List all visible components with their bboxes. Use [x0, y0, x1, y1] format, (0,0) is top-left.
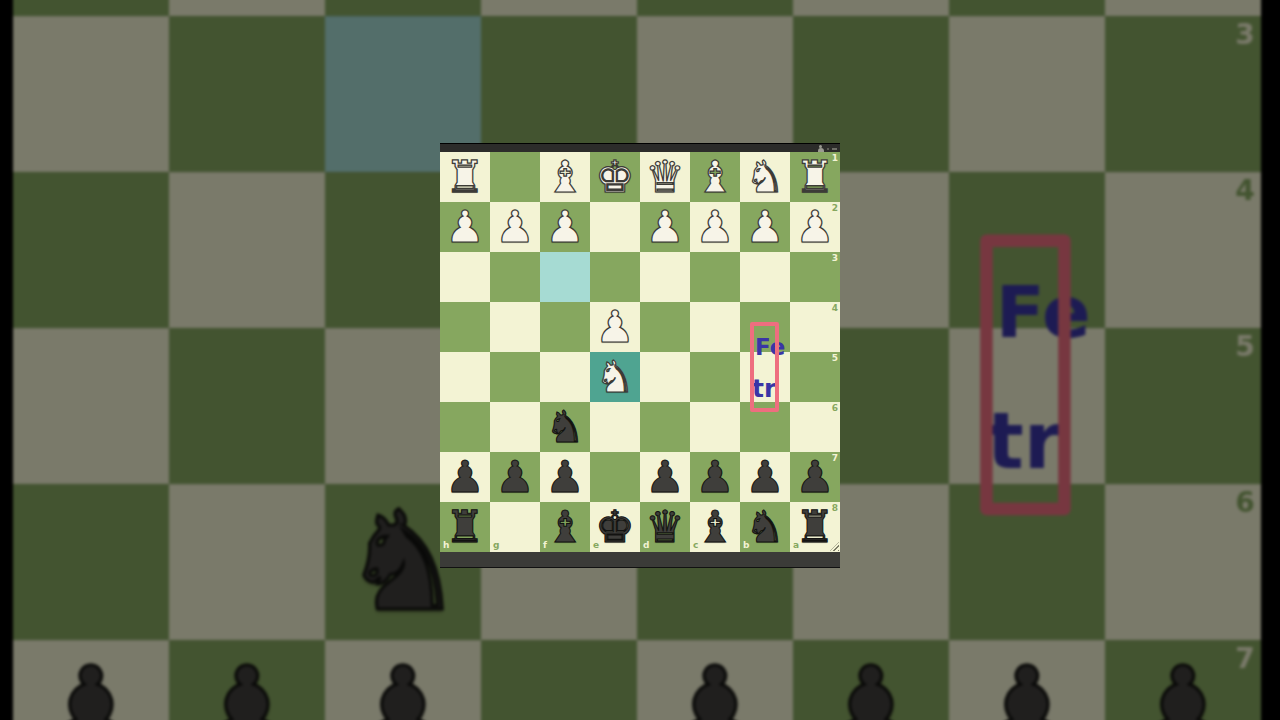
file-label-e: e — [593, 541, 599, 550]
square-e8[interactable]: ♚e — [590, 502, 640, 552]
square-b8[interactable]: ♞b — [740, 502, 790, 552]
square-g4 — [169, 172, 325, 328]
square-b7[interactable]: ♟ — [740, 452, 790, 502]
rank-label-8: 8 — [832, 504, 838, 513]
white-pawn-piece: ♟ — [590, 302, 640, 352]
square-g5[interactable] — [490, 352, 540, 402]
square-g1[interactable] — [490, 152, 540, 202]
square-c1[interactable]: ♝ — [690, 152, 740, 202]
square-g6[interactable] — [490, 402, 540, 452]
square-f5[interactable] — [540, 352, 590, 402]
square-f7[interactable]: ♟ — [540, 452, 590, 502]
square-b3 — [949, 16, 1105, 172]
square-g3[interactable] — [490, 252, 540, 302]
square-d7: ♟ — [637, 640, 793, 720]
dot-indicator-icon — [827, 148, 829, 150]
square-a2[interactable]: ♟2 — [790, 202, 840, 252]
chess-app-panel: ♜♝♚♛♝♞♜1♟♟♟♟♟♟♟23♟4♞5♞6♟♟♟♟♟♟♟7♜hg♝f♚e♛d… — [440, 143, 840, 568]
square-a7: ♟7 — [1105, 640, 1261, 720]
white-pawn-piece: ♟ — [13, 0, 169, 16]
square-c2[interactable]: ♟ — [690, 202, 740, 252]
rank-label-5: 5 — [832, 354, 838, 363]
square-d5[interactable] — [640, 352, 690, 402]
square-a7[interactable]: ♟7 — [790, 452, 840, 502]
black-pawn-piece: ♟ — [740, 452, 790, 502]
square-c2: ♟ — [793, 0, 949, 16]
white-bishop-piece: ♝ — [690, 152, 740, 202]
rank-label-1: 1 — [832, 154, 838, 163]
square-c3[interactable] — [690, 252, 740, 302]
square-e7 — [481, 640, 637, 720]
file-label-g: g — [493, 541, 499, 550]
square-h8[interactable]: ♜h — [440, 502, 490, 552]
square-c6[interactable] — [690, 402, 740, 452]
black-pawn-piece: ♟ — [169, 640, 325, 720]
square-d6[interactable] — [640, 402, 690, 452]
square-d4[interactable] — [640, 302, 690, 352]
square-a6[interactable]: 6 — [790, 402, 840, 452]
square-d2: ♟ — [637, 0, 793, 16]
black-knight-piece: ♞ — [540, 402, 590, 452]
square-a2: ♟2 — [1105, 0, 1261, 16]
watermark-text-line2: tr — [986, 403, 1062, 481]
square-c7[interactable]: ♟ — [690, 452, 740, 502]
white-pawn-piece: ♟ — [325, 0, 481, 16]
square-e7[interactable] — [590, 452, 640, 502]
square-b6[interactable] — [740, 402, 790, 452]
black-pawn-piece: ♟ — [793, 640, 949, 720]
black-pawn-piece: ♟ — [540, 452, 590, 502]
white-bishop-piece: ♝ — [540, 152, 590, 202]
square-b1[interactable]: ♞ — [740, 152, 790, 202]
square-c7: ♟ — [793, 640, 949, 720]
watermark-text-line1: Fe — [996, 278, 1091, 350]
white-knight-piece: ♞ — [740, 152, 790, 202]
square-b4 — [949, 172, 1105, 328]
square-d3[interactable] — [640, 252, 690, 302]
square-h5[interactable] — [440, 352, 490, 402]
square-b5[interactable] — [740, 352, 790, 402]
square-g4[interactable] — [490, 302, 540, 352]
file-label-d: d — [643, 541, 649, 550]
white-pawn-piece: ♟ — [793, 0, 949, 16]
file-label-a: a — [793, 541, 799, 550]
square-c5[interactable] — [690, 352, 740, 402]
square-e1[interactable]: ♚ — [590, 152, 640, 202]
square-h7: ♟ — [13, 640, 169, 720]
black-pawn-piece: ♟ — [490, 452, 540, 502]
square-b5 — [949, 328, 1105, 484]
square-h3[interactable] — [440, 252, 490, 302]
square-f2[interactable]: ♟ — [540, 202, 590, 252]
file-label-h: h — [443, 541, 449, 550]
white-pawn-piece: ♟ — [440, 202, 490, 252]
white-king-piece: ♚ — [590, 152, 640, 202]
rank-label-6: 6 — [1235, 490, 1255, 518]
square-g3 — [169, 16, 325, 172]
square-e3[interactable] — [590, 252, 640, 302]
black-pawn-piece: ♟ — [325, 640, 481, 720]
dash-indicator-icon — [832, 148, 837, 150]
square-g5 — [169, 328, 325, 484]
rank-label-4: 4 — [1235, 178, 1255, 206]
square-c8[interactable]: ♝c — [690, 502, 740, 552]
white-pawn-piece: ♟ — [949, 0, 1105, 16]
square-g6 — [169, 484, 325, 640]
file-label-f: f — [543, 541, 547, 550]
square-e2 — [481, 0, 637, 16]
white-pawn-piece: ♟ — [169, 0, 325, 16]
square-e4[interactable]: ♟ — [590, 302, 640, 352]
square-a5[interactable]: 5 — [790, 352, 840, 402]
square-a6: 6 — [1105, 484, 1261, 640]
app-bottombar — [440, 552, 840, 568]
black-pawn-piece: ♟ — [637, 640, 793, 720]
square-h6[interactable] — [440, 402, 490, 452]
square-h3 — [13, 16, 169, 172]
square-h5 — [13, 328, 169, 484]
white-pawn-piece: ♟ — [637, 0, 793, 16]
black-pawn-piece: ♟ — [640, 452, 690, 502]
square-f2: ♟ — [325, 0, 481, 16]
rank-label-3: 3 — [832, 254, 838, 263]
square-f6[interactable]: ♞ — [540, 402, 590, 452]
rank-label-7: 7 — [1235, 646, 1255, 674]
chess-board: ♜♝♚♛♝♞♜1♟♟♟♟♟♟♟23♟4♞5♞6♟♟♟♟♟♟♟7♜hg♝f♚e♛d… — [440, 152, 840, 552]
square-b2: ♟ — [949, 0, 1105, 16]
square-h4[interactable] — [440, 302, 490, 352]
square-f7: ♟ — [325, 640, 481, 720]
square-b2[interactable]: ♟ — [740, 202, 790, 252]
black-bishop-piece: ♝ — [540, 502, 590, 552]
square-d8[interactable]: ♛d — [640, 502, 690, 552]
black-pawn-piece: ♟ — [949, 640, 1105, 720]
square-h4 — [13, 172, 169, 328]
white-pawn-piece: ♟ — [540, 202, 590, 252]
file-label-b: b — [743, 541, 749, 550]
square-f3[interactable] — [540, 252, 590, 302]
white-queen-piece: ♛ — [640, 152, 690, 202]
rank-label-3: 3 — [1235, 22, 1255, 50]
white-knight-piece: ♞ — [590, 352, 640, 402]
white-pawn-piece: ♟ — [690, 202, 740, 252]
white-pawn-piece: ♟ — [490, 202, 540, 252]
square-g2: ♟ — [169, 0, 325, 16]
square-h1[interactable]: ♜ — [440, 152, 490, 202]
square-a4: 4 — [1105, 172, 1261, 328]
black-pawn-piece: ♟ — [690, 452, 740, 502]
white-pawn-piece: ♟ — [640, 202, 690, 252]
rank-label-6: 6 — [832, 404, 838, 413]
square-g7[interactable]: ♟ — [490, 452, 540, 502]
square-g7: ♟ — [169, 640, 325, 720]
rank-label-2: 2 — [832, 204, 838, 213]
square-b4[interactable] — [740, 302, 790, 352]
square-h2: ♟ — [13, 0, 169, 16]
white-pawn-piece: ♟ — [1105, 0, 1261, 16]
square-a3: 3 — [1105, 16, 1261, 172]
square-e6[interactable] — [590, 402, 640, 452]
square-a3[interactable]: 3 — [790, 252, 840, 302]
square-b3[interactable] — [740, 252, 790, 302]
black-pawn-piece: ♟ — [13, 640, 169, 720]
square-d2[interactable]: ♟ — [640, 202, 690, 252]
white-pawn-piece: ♟ — [740, 202, 790, 252]
square-d7[interactable]: ♟ — [640, 452, 690, 502]
square-f8[interactable]: ♝f — [540, 502, 590, 552]
square-f1[interactable]: ♝ — [540, 152, 590, 202]
square-a5: 5 — [1105, 328, 1261, 484]
black-pawn-piece: ♟ — [1105, 640, 1261, 720]
square-a4[interactable]: 4 — [790, 302, 840, 352]
square-b7: ♟ — [949, 640, 1105, 720]
rank-label-7: 7 — [832, 454, 838, 463]
square-e2[interactable] — [590, 202, 640, 252]
square-g8[interactable]: g — [490, 502, 540, 552]
square-a1[interactable]: ♜1 — [790, 152, 840, 202]
rank-label-4: 4 — [832, 304, 838, 313]
watermark-pink-box — [980, 234, 1070, 515]
square-h6 — [13, 484, 169, 640]
square-f4[interactable] — [540, 302, 590, 352]
square-d1[interactable]: ♛ — [640, 152, 690, 202]
white-rook-piece: ♜ — [440, 152, 490, 202]
file-label-c: c — [693, 541, 698, 550]
square-a8[interactable]: ♜8a — [790, 502, 840, 552]
black-pawn-piece: ♟ — [440, 452, 490, 502]
square-h7[interactable]: ♟ — [440, 452, 490, 502]
square-b6 — [949, 484, 1105, 640]
rank-label-5: 5 — [1235, 334, 1255, 362]
square-e5[interactable]: ♞ — [590, 352, 640, 402]
video-frame: ♜♝♚♛♝♞♜1♟♟♟♟♟♟♟23♟4♞5♞6♟♟♟♟♟♟♟7♜hg♝f♚e♛d… — [0, 0, 1280, 720]
square-g2[interactable]: ♟ — [490, 202, 540, 252]
square-c4[interactable] — [690, 302, 740, 352]
square-h2[interactable]: ♟ — [440, 202, 490, 252]
